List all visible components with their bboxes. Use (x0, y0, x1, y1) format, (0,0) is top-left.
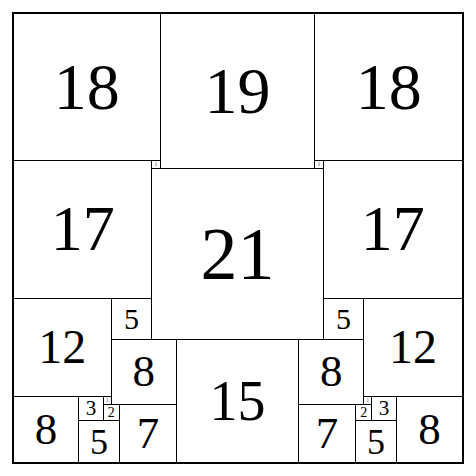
square-size-label: 17 (51, 197, 115, 261)
square-size-label: 7 (137, 411, 160, 456)
square-1: 1 (315, 161, 323, 169)
square-5: 5 (112, 299, 153, 340)
square-size-label: 8 (35, 407, 58, 452)
square-size-label: 18 (356, 54, 422, 120)
square-3: 3 (79, 397, 103, 421)
square-size-label: 1 (317, 161, 320, 167)
square-size-label: 2 (108, 406, 115, 420)
square-size-label: 3 (86, 398, 97, 419)
square-5: 5 (356, 421, 397, 462)
square-21: 21 (152, 169, 323, 340)
square-5: 5 (324, 299, 365, 340)
squared-square-board: 181918171117211255128158831138277255 (12, 12, 464, 464)
square-17: 17 (324, 161, 462, 299)
square-size-label: 1 (155, 161, 158, 167)
square-7: 7 (120, 405, 177, 462)
square-size-label: 5 (124, 304, 139, 334)
square-3: 3 (372, 397, 396, 421)
square-size-label: 8 (418, 407, 441, 452)
square-size-label: 5 (367, 424, 385, 460)
square-2: 2 (356, 405, 372, 421)
square-size-label: 2 (360, 406, 367, 420)
square-size-label: 17 (361, 197, 425, 261)
square-size-label: 7 (316, 411, 339, 456)
square-7: 7 (299, 405, 356, 462)
square-1: 1 (104, 397, 112, 405)
square-size-label: 5 (336, 304, 351, 334)
square-size-label: 1 (366, 397, 369, 403)
square-12: 12 (364, 299, 462, 397)
square-size-label: 15 (209, 373, 265, 429)
square-19: 19 (161, 14, 316, 169)
square-size-label: 12 (38, 323, 86, 371)
squared-square-diagram: 181918171117211255128158831138277255 (0, 0, 476, 476)
square-size-label: 3 (379, 398, 390, 419)
square-size-label: 19 (204, 58, 270, 124)
square-size-label: 1 (106, 397, 109, 403)
square-15: 15 (177, 340, 299, 462)
square-size-label: 8 (133, 349, 156, 394)
square-12: 12 (14, 299, 112, 397)
square-size-label: 21 (200, 217, 274, 291)
square-8: 8 (112, 340, 177, 405)
square-2: 2 (104, 405, 120, 421)
square-18: 18 (315, 14, 462, 161)
square-5: 5 (79, 421, 120, 462)
square-size-label: 18 (54, 54, 120, 120)
square-8: 8 (397, 397, 462, 462)
square-size-label: 12 (389, 323, 437, 371)
square-17: 17 (14, 161, 152, 299)
square-1: 1 (364, 397, 372, 405)
square-size-label: 5 (90, 424, 108, 460)
square-18: 18 (14, 14, 161, 161)
square-size-label: 8 (320, 349, 343, 394)
square-8: 8 (14, 397, 79, 462)
square-1: 1 (152, 161, 160, 169)
square-8: 8 (299, 340, 364, 405)
